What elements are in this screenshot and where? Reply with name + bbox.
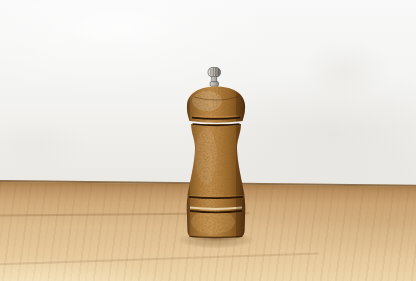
scene xyxy=(0,0,416,281)
wall-highlight xyxy=(60,8,180,48)
pepper-mill xyxy=(180,64,252,248)
wall-shading xyxy=(300,40,390,100)
wall-shading xyxy=(0,120,90,170)
adjustment-knob-icon xyxy=(208,68,221,87)
